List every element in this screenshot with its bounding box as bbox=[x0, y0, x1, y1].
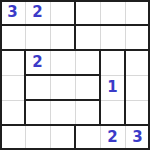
cell-r1c4[interactable] bbox=[100, 25, 125, 50]
given-digit: 3 bbox=[132, 130, 142, 145]
cell-r4c3[interactable] bbox=[75, 100, 100, 125]
given-digit: 2 bbox=[32, 55, 42, 70]
given-digit: 2 bbox=[32, 5, 42, 20]
cell-r5c2[interactable] bbox=[50, 125, 75, 150]
cell-r3c0[interactable] bbox=[0, 75, 25, 100]
cell-r0c1[interactable]: 2 bbox=[25, 0, 50, 25]
cell-r2c0[interactable] bbox=[0, 50, 25, 75]
cell-r1c2[interactable] bbox=[50, 25, 75, 50]
cell-r5c5[interactable]: 3 bbox=[125, 125, 150, 150]
cell-r3c5[interactable] bbox=[125, 75, 150, 100]
cell-r5c4[interactable]: 2 bbox=[100, 125, 125, 150]
cell-r3c2[interactable] bbox=[50, 75, 75, 100]
given-digit: 3 bbox=[7, 5, 17, 20]
suguru-board: 322123 bbox=[0, 0, 150, 150]
cell-r2c4[interactable] bbox=[100, 50, 125, 75]
cell-r4c0[interactable] bbox=[0, 100, 25, 125]
cell-r2c3[interactable] bbox=[75, 50, 100, 75]
cell-r1c1[interactable] bbox=[25, 25, 50, 50]
cell-r4c5[interactable] bbox=[125, 100, 150, 125]
given-digit: 2 bbox=[107, 130, 117, 145]
cell-r3c4[interactable]: 1 bbox=[100, 75, 125, 100]
cell-r3c3[interactable] bbox=[75, 75, 100, 100]
cell-r0c3[interactable] bbox=[75, 0, 100, 25]
cell-r1c3[interactable] bbox=[75, 25, 100, 50]
cell-r0c0[interactable]: 3 bbox=[0, 0, 25, 25]
cell-r4c2[interactable] bbox=[50, 100, 75, 125]
cell-r5c3[interactable] bbox=[75, 125, 100, 150]
cell-r2c2[interactable] bbox=[50, 50, 75, 75]
cell-r1c0[interactable] bbox=[0, 25, 25, 50]
cell-r2c1[interactable]: 2 bbox=[25, 50, 50, 75]
cell-r0c4[interactable] bbox=[100, 0, 125, 25]
cell-r5c1[interactable] bbox=[25, 125, 50, 150]
cell-r3c1[interactable] bbox=[25, 75, 50, 100]
cell-r5c0[interactable] bbox=[0, 125, 25, 150]
given-digit: 1 bbox=[107, 80, 117, 95]
cell-r4c4[interactable] bbox=[100, 100, 125, 125]
cell-r2c5[interactable] bbox=[125, 50, 150, 75]
cell-r4c1[interactable] bbox=[25, 100, 50, 125]
cell-r0c5[interactable] bbox=[125, 0, 150, 25]
cell-r0c2[interactable] bbox=[50, 0, 75, 25]
cell-r1c5[interactable] bbox=[125, 25, 150, 50]
